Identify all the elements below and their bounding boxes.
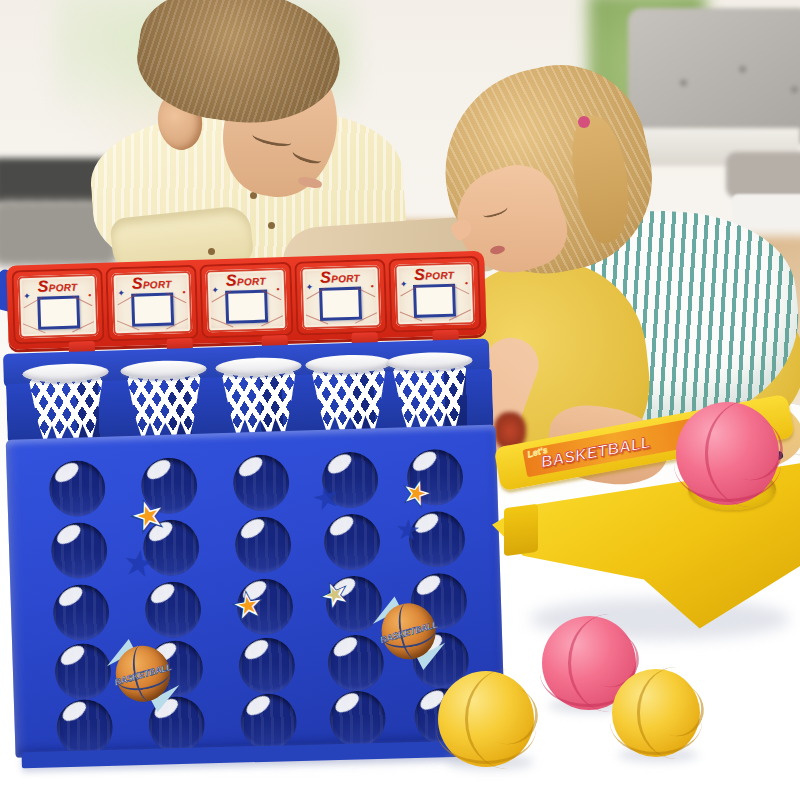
photo-scene: SPORT✦•SPORT✦•SPORT✦•SPORT✦•SPORT✦• ★★★★… [0,0,800,800]
loose-ball-yellow [438,671,534,767]
launcher-sticker-label: BASKETBALL [539,434,652,472]
loose-ball-yellow [612,669,700,757]
loaded-ball [676,402,779,505]
launcher-hinge [504,504,538,557]
